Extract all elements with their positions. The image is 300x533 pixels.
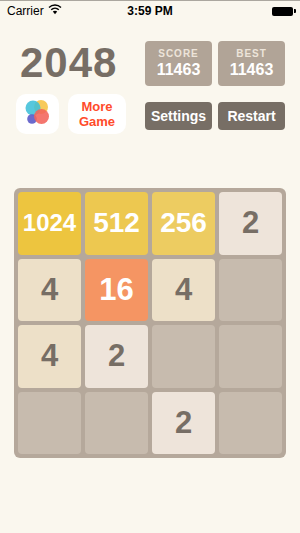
game-center-icon (21, 96, 54, 132)
page-title: 2048 (20, 39, 130, 87)
tile-512-r1c2: 512 (85, 192, 148, 255)
tile-2-r4c3: 2 (152, 392, 215, 455)
tile-16-r2c2: 16 (85, 259, 148, 322)
tile-2-r1c4: 2 (219, 192, 282, 255)
more-game-label-line1: More (81, 99, 112, 114)
empty-cell-r3c3 (152, 325, 215, 388)
settings-button[interactable]: Settings (145, 102, 212, 130)
app-screen: Carrier 3:59 PM 2048 SCORE 11463 BEST 11… (0, 0, 300, 533)
board-2048[interactable]: 102451225624164422 (14, 188, 286, 458)
empty-cell-r4c2 (85, 392, 148, 455)
game-center-button[interactable] (16, 94, 59, 134)
score-label: SCORE (158, 48, 199, 59)
tile-1024-r1c1: 1024 (18, 192, 81, 255)
best-value: 11463 (230, 61, 274, 79)
status-bar: Carrier 3:59 PM (0, 1, 300, 21)
empty-cell-r4c4 (219, 392, 282, 455)
battery-icon (272, 7, 293, 16)
tile-4-r2c1: 4 (18, 259, 81, 322)
score-box: SCORE 11463 (145, 41, 212, 86)
restart-button[interactable]: Restart (218, 102, 285, 130)
tile-4-r2c3: 4 (152, 259, 215, 322)
empty-cell-r4c1 (18, 392, 81, 455)
best-label: BEST (236, 48, 267, 59)
empty-cell-r2c4 (219, 259, 282, 322)
tile-2-r3c2: 2 (85, 325, 148, 388)
more-game-button[interactable]: More Game (68, 94, 126, 134)
best-box: BEST 11463 (218, 41, 285, 86)
carrier-label: Carrier (7, 4, 44, 18)
tile-256-r1c3: 256 (152, 192, 215, 255)
more-game-label-line2: Game (79, 114, 115, 129)
wifi-icon (48, 4, 62, 18)
tile-4-r3c1: 4 (18, 325, 81, 388)
score-value: 11463 (157, 61, 201, 79)
empty-cell-r3c4 (219, 325, 282, 388)
